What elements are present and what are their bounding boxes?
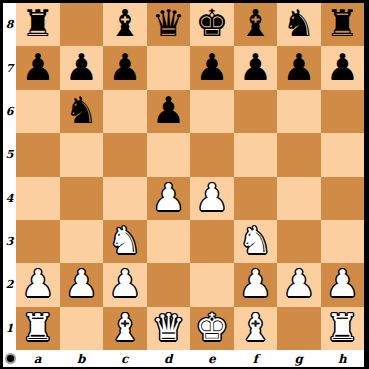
square-b4[interactable] xyxy=(60,177,104,220)
square-e2[interactable] xyxy=(190,263,234,306)
piece-black-pawn[interactable]: ♟ xyxy=(152,92,185,129)
chess-board-frame: 87654321 ♜♝♛♚♝♞♜♟♟♟♟♟♟♟♞♟♟♟♞♞♟♟♟♟♟♟♜♝♛♚♝… xyxy=(0,0,369,369)
piece-black-pawn[interactable]: ♟ xyxy=(195,49,228,86)
file-label-f: f xyxy=(234,350,278,367)
square-b2[interactable]: ♟ xyxy=(60,263,104,306)
square-h5[interactable] xyxy=(321,133,365,176)
piece-white-knight[interactable]: ♞ xyxy=(239,222,272,259)
file-label-g: g xyxy=(277,350,321,367)
square-h2[interactable]: ♟ xyxy=(321,263,365,306)
piece-white-knight[interactable]: ♞ xyxy=(108,222,141,259)
piece-black-pawn[interactable]: ♟ xyxy=(239,49,272,86)
square-a6[interactable] xyxy=(16,90,60,133)
piece-black-bishop[interactable]: ♝ xyxy=(108,5,141,42)
square-b3[interactable] xyxy=(60,220,104,263)
file-label-b: b xyxy=(60,350,104,367)
file-label-e: e xyxy=(190,350,234,367)
piece-white-bishop[interactable]: ♝ xyxy=(108,309,141,346)
square-f5[interactable] xyxy=(234,133,278,176)
file-labels: abcdefgh xyxy=(16,350,364,367)
square-f1[interactable]: ♝ xyxy=(234,307,278,350)
square-a1[interactable]: ♜ xyxy=(16,307,60,350)
piece-white-king[interactable]: ♚ xyxy=(195,309,228,346)
square-e6[interactable] xyxy=(190,90,234,133)
piece-black-pawn[interactable]: ♟ xyxy=(21,49,54,86)
square-h1[interactable]: ♜ xyxy=(321,307,365,350)
square-h7[interactable]: ♟ xyxy=(321,46,365,89)
square-h4[interactable] xyxy=(321,177,365,220)
square-c4[interactable] xyxy=(103,177,147,220)
square-b5[interactable] xyxy=(60,133,104,176)
square-d4[interactable]: ♟ xyxy=(147,177,191,220)
square-e5[interactable] xyxy=(190,133,234,176)
rank-label-8: 8 xyxy=(3,3,16,46)
piece-white-rook[interactable]: ♜ xyxy=(21,309,54,346)
square-a5[interactable] xyxy=(16,133,60,176)
rank-label-6: 6 xyxy=(3,90,16,133)
rank-label-4: 4 xyxy=(3,177,16,220)
square-d7[interactable] xyxy=(147,46,191,89)
piece-black-rook[interactable]: ♜ xyxy=(326,5,359,42)
square-d6[interactable]: ♟ xyxy=(147,90,191,133)
square-c2[interactable]: ♟ xyxy=(103,263,147,306)
piece-white-pawn[interactable]: ♟ xyxy=(21,265,54,302)
square-g1[interactable] xyxy=(277,307,321,350)
rank-label-5: 5 xyxy=(3,133,16,176)
square-f8[interactable]: ♝ xyxy=(234,3,278,46)
file-label-c: c xyxy=(103,350,147,367)
square-f4[interactable] xyxy=(234,177,278,220)
square-c6[interactable] xyxy=(103,90,147,133)
square-a3[interactable] xyxy=(16,220,60,263)
square-h3[interactable] xyxy=(321,220,365,263)
square-h8[interactable]: ♜ xyxy=(321,3,365,46)
square-a2[interactable]: ♟ xyxy=(16,263,60,306)
piece-black-knight[interactable]: ♞ xyxy=(282,5,315,42)
square-g6[interactable] xyxy=(277,90,321,133)
rank-label-3: 3 xyxy=(3,220,16,263)
square-g4[interactable] xyxy=(277,177,321,220)
square-f7[interactable]: ♟ xyxy=(234,46,278,89)
file-label-h: h xyxy=(321,350,365,367)
square-c7[interactable]: ♟ xyxy=(103,46,147,89)
rank-label-2: 2 xyxy=(3,263,16,306)
square-f2[interactable]: ♟ xyxy=(234,263,278,306)
square-b7[interactable]: ♟ xyxy=(60,46,104,89)
piece-white-queen[interactable]: ♛ xyxy=(152,309,185,346)
square-g2[interactable]: ♟ xyxy=(277,263,321,306)
square-c5[interactable] xyxy=(103,133,147,176)
piece-black-rook[interactable]: ♜ xyxy=(21,5,54,42)
piece-white-pawn[interactable]: ♟ xyxy=(152,179,185,216)
piece-white-pawn[interactable]: ♟ xyxy=(326,265,359,302)
black-to-move-indicator xyxy=(5,353,16,364)
piece-white-pawn[interactable]: ♟ xyxy=(239,265,272,302)
square-d2[interactable] xyxy=(147,263,191,306)
piece-black-pawn[interactable]: ♟ xyxy=(282,49,315,86)
square-f3[interactable]: ♞ xyxy=(234,220,278,263)
rank-label-1: 1 xyxy=(3,307,16,350)
square-b6[interactable]: ♞ xyxy=(60,90,104,133)
piece-white-rook[interactable]: ♜ xyxy=(326,309,359,346)
square-d5[interactable] xyxy=(147,133,191,176)
rank-labels: 87654321 xyxy=(3,3,16,350)
square-a7[interactable]: ♟ xyxy=(16,46,60,89)
square-d8[interactable]: ♛ xyxy=(147,3,191,46)
square-d1[interactable]: ♛ xyxy=(147,307,191,350)
square-g3[interactable] xyxy=(277,220,321,263)
square-g8[interactable]: ♞ xyxy=(277,3,321,46)
square-e1[interactable]: ♚ xyxy=(190,307,234,350)
piece-black-bishop[interactable]: ♝ xyxy=(239,5,272,42)
piece-black-pawn[interactable]: ♟ xyxy=(108,49,141,86)
square-h6[interactable] xyxy=(321,90,365,133)
board: ♜♝♛♚♝♞♜♟♟♟♟♟♟♟♞♟♟♟♞♞♟♟♟♟♟♟♜♝♛♚♝♜ xyxy=(16,3,364,350)
square-c3[interactable]: ♞ xyxy=(103,220,147,263)
square-b1[interactable] xyxy=(60,307,104,350)
square-b8[interactable] xyxy=(60,3,104,46)
corner-cell xyxy=(3,350,16,367)
rank-label-7: 7 xyxy=(3,46,16,89)
file-label-a: a xyxy=(16,350,60,367)
file-label-d: d xyxy=(147,350,191,367)
square-g5[interactable] xyxy=(277,133,321,176)
piece-white-pawn[interactable]: ♟ xyxy=(65,265,98,302)
piece-black-knight[interactable]: ♞ xyxy=(65,92,98,129)
square-g7[interactable]: ♟ xyxy=(277,46,321,89)
piece-white-pawn[interactable]: ♟ xyxy=(195,179,228,216)
piece-white-pawn[interactable]: ♟ xyxy=(282,265,315,302)
piece-black-queen[interactable]: ♛ xyxy=(152,5,185,42)
square-e3[interactable] xyxy=(190,220,234,263)
piece-white-pawn[interactable]: ♟ xyxy=(108,265,141,302)
square-d3[interactable] xyxy=(147,220,191,263)
square-f6[interactable] xyxy=(234,90,278,133)
square-e4[interactable]: ♟ xyxy=(190,177,234,220)
piece-white-bishop[interactable]: ♝ xyxy=(239,309,272,346)
square-e7[interactable]: ♟ xyxy=(190,46,234,89)
square-c1[interactable]: ♝ xyxy=(103,307,147,350)
square-a8[interactable]: ♜ xyxy=(16,3,60,46)
piece-black-king[interactable]: ♚ xyxy=(195,5,228,42)
piece-black-pawn[interactable]: ♟ xyxy=(65,49,98,86)
square-a4[interactable] xyxy=(16,177,60,220)
piece-black-pawn[interactable]: ♟ xyxy=(326,49,359,86)
square-c8[interactable]: ♝ xyxy=(103,3,147,46)
square-e8[interactable]: ♚ xyxy=(190,3,234,46)
